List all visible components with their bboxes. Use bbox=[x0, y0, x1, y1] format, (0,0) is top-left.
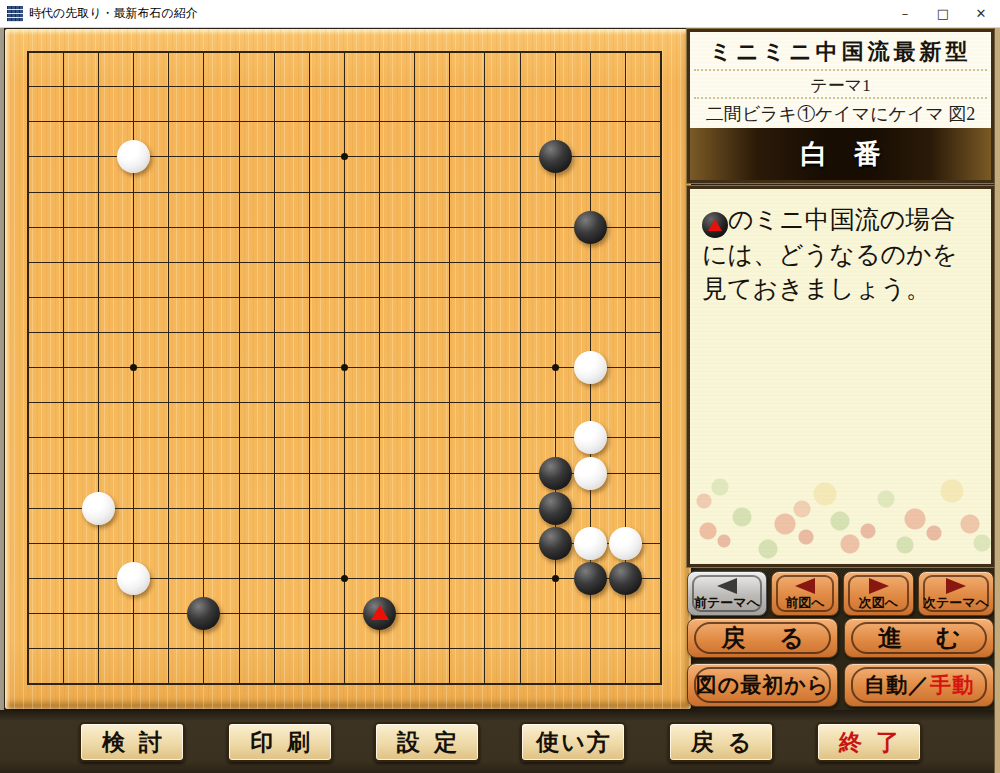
stone-black bbox=[574, 211, 607, 244]
grid-line bbox=[27, 437, 661, 438]
lesson-title: ミニミニ中国流最新型 bbox=[690, 32, 991, 68]
stone-black bbox=[574, 562, 607, 595]
star-point bbox=[130, 364, 137, 371]
grid-line bbox=[449, 51, 450, 685]
grid-line bbox=[27, 683, 661, 685]
grid-line bbox=[27, 648, 661, 649]
toolbar-button-3[interactable]: 設定 bbox=[374, 722, 480, 762]
star-point bbox=[552, 575, 559, 582]
go-board bbox=[5, 29, 691, 709]
restart-label: 図の最初から bbox=[696, 671, 829, 699]
last-move-triangle-marker bbox=[371, 605, 389, 620]
theme-label: テーマ1 bbox=[690, 72, 991, 96]
commentary-panel: のミニ中国流の場合 には、どうなるのかを 見ておきましょう。 bbox=[687, 186, 994, 567]
auto-manual-label: 自動／手動 bbox=[864, 671, 974, 699]
stone-black bbox=[609, 562, 642, 595]
toolbar-button-6[interactable]: 終了 bbox=[816, 722, 922, 762]
toolbar-button-label: 戻る bbox=[691, 727, 766, 758]
toolbar-button-label: 印刷 bbox=[250, 727, 324, 758]
stone-white bbox=[574, 457, 607, 490]
back-button[interactable]: 戻る bbox=[687, 618, 838, 658]
grid-line bbox=[484, 51, 485, 685]
dotted-divider bbox=[694, 69, 987, 71]
nav-button-label: 次図へ bbox=[859, 594, 898, 612]
title-bar: 時代の先取り・最新布石の紹介 – □ ✕ bbox=[0, 0, 1000, 28]
grid-line bbox=[379, 51, 380, 685]
maximize-button[interactable]: □ bbox=[924, 0, 962, 27]
turn-banner: 白番 bbox=[690, 128, 991, 180]
toolbar: 検討印刷設定使い方戻る終了 bbox=[0, 710, 1000, 773]
close-button[interactable]: ✕ bbox=[962, 0, 1000, 27]
nav-button-label: 次テーマへ bbox=[923, 594, 989, 612]
star-point bbox=[341, 575, 348, 582]
commentary-line: のミニ中国流の場合 bbox=[728, 206, 955, 233]
marked-stone-icon bbox=[702, 212, 728, 238]
auto-manual-button[interactable]: 自動／手動 bbox=[844, 663, 994, 707]
nav-button-2[interactable]: 前図へ bbox=[771, 571, 839, 616]
toolbar-button-1[interactable]: 検討 bbox=[79, 722, 185, 762]
turn-text: 白番 bbox=[801, 136, 907, 172]
toolbar-button-2[interactable]: 印刷 bbox=[227, 722, 333, 762]
stone-black bbox=[539, 527, 572, 560]
stone-white bbox=[574, 351, 607, 384]
stone-white bbox=[574, 421, 607, 454]
stone-white bbox=[117, 140, 150, 173]
forward-button[interactable]: 進む bbox=[844, 618, 994, 658]
grid-line bbox=[520, 51, 521, 685]
restart-diagram-button[interactable]: 図の最初から bbox=[687, 663, 838, 707]
stone-white bbox=[609, 527, 642, 560]
grid-line bbox=[27, 613, 661, 614]
toolbar-button-5[interactable]: 戻る bbox=[668, 722, 774, 762]
nav-button-3[interactable]: 次図へ bbox=[843, 571, 914, 616]
star-point bbox=[341, 364, 348, 371]
arrow-right-icon bbox=[869, 578, 889, 594]
commentary-text: のミニ中国流の場合 には、どうなるのかを 見ておきましょう。 bbox=[690, 189, 991, 306]
window-controls: – □ ✕ bbox=[886, 0, 1000, 27]
stone-black bbox=[187, 597, 220, 630]
app-icon bbox=[7, 6, 23, 22]
commentary-line: 見ておきましょう。 bbox=[702, 275, 931, 302]
floral-pattern bbox=[690, 469, 991, 564]
dotted-divider bbox=[694, 97, 987, 99]
commentary-line: には、どうなるのかを bbox=[702, 241, 957, 268]
toolbar-button-label: 検討 bbox=[102, 727, 176, 758]
minimize-button[interactable]: – bbox=[886, 0, 924, 27]
stone-black bbox=[539, 457, 572, 490]
arrow-left-icon bbox=[717, 578, 737, 594]
window-title: 時代の先取り・最新布石の紹介 bbox=[29, 5, 198, 22]
nav-button-4[interactable]: 次テーマへ bbox=[918, 571, 994, 616]
diagram-label: 二間ビラキ①ケイマにケイマ 図2 bbox=[690, 100, 991, 127]
toolbar-button-label: 使い方 bbox=[536, 727, 612, 758]
stone-black bbox=[539, 140, 572, 173]
stone-black bbox=[539, 492, 572, 525]
star-point bbox=[341, 153, 348, 160]
window-edge-left bbox=[0, 28, 4, 773]
toolbar-button-label: 終了 bbox=[839, 727, 913, 758]
nav-button-label: 前テーマへ bbox=[694, 594, 760, 612]
grid-line bbox=[414, 51, 415, 685]
stone-black-marked bbox=[363, 597, 396, 630]
stone-white bbox=[117, 562, 150, 595]
nav-row: 前テーマへ前図へ次図へ次テーマへ bbox=[687, 571, 994, 617]
toolbar-button-label: 設定 bbox=[397, 727, 471, 758]
stone-white bbox=[82, 492, 115, 525]
header-panel: ミニミニ中国流最新型 テーマ1 二間ビラキ①ケイマにケイマ 図2 白番 bbox=[687, 29, 994, 183]
arrow-right-icon bbox=[946, 578, 966, 594]
back-label: 戻る bbox=[721, 622, 838, 654]
nav-button-label: 前図へ bbox=[785, 594, 824, 612]
star-point bbox=[552, 364, 559, 371]
grid-line bbox=[660, 51, 662, 685]
forward-label: 進む bbox=[878, 622, 995, 654]
arrow-left-icon bbox=[795, 578, 815, 594]
grid-line bbox=[27, 402, 661, 403]
window-edge-right bbox=[994, 28, 1000, 773]
app-window: 時代の先取り・最新布石の紹介 – □ ✕ ミニミニ中国流最新型 テーマ1 二間ビ… bbox=[0, 0, 1000, 773]
toolbar-button-4[interactable]: 使い方 bbox=[520, 722, 626, 762]
nav-button-1: 前テーマへ bbox=[687, 571, 767, 616]
stone-white bbox=[574, 527, 607, 560]
